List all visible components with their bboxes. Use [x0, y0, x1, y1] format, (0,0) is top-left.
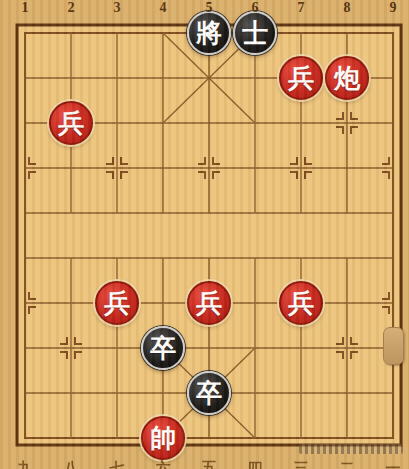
file-label-top: 2 — [68, 0, 75, 16]
file-label-bottom-cutoff: 一 — [386, 459, 401, 469]
file-label-bottom-cutoff: 三 — [294, 459, 309, 469]
intersection-f3-r5[interactable] — [94, 191, 140, 236]
intersection-f3-r2[interactable] — [94, 56, 140, 101]
intersection-f7-r8[interactable] — [278, 326, 324, 371]
intersection-f7-r9[interactable] — [278, 371, 324, 416]
intersection-f4-r10[interactable]: 帥 — [140, 416, 186, 461]
intersection-f1-r7[interactable] — [2, 281, 48, 326]
intersection-f1-r3[interactable] — [2, 101, 48, 146]
intersection-f8-r6[interactable] — [324, 236, 370, 281]
file-label-top: 1 — [22, 0, 29, 16]
intersection-f2-r2[interactable] — [48, 56, 94, 101]
intersection-f4-r3[interactable] — [140, 101, 186, 146]
intersection-f2-r7[interactable] — [48, 281, 94, 326]
intersection-f6-r1[interactable]: 士 — [232, 11, 278, 56]
xiangqi-app: 123456789 九八七六五四三二一 將士兵炮兵兵兵兵卒卒帥 — [0, 0, 409, 469]
intersection-f7-r2[interactable]: 兵 — [278, 56, 324, 101]
piece-red-cannon[interactable]: 炮 — [325, 56, 369, 100]
file-label-bottom-cutoff: 五 — [202, 459, 217, 469]
file-label-top: 3 — [114, 0, 121, 16]
intersection-f5-r1[interactable]: 將 — [186, 11, 232, 56]
intersection-f8-r7[interactable] — [324, 281, 370, 326]
intersection-f2-r5[interactable] — [48, 191, 94, 236]
file-label-bottom-cutoff: 六 — [156, 459, 171, 469]
intersection-f5-r2[interactable] — [186, 56, 232, 101]
intersection-f9-r1[interactable] — [370, 11, 409, 56]
intersection-f3-r10[interactable] — [94, 416, 140, 461]
intersection-f3-r1[interactable] — [94, 11, 140, 56]
intersection-f1-r8[interactable] — [2, 326, 48, 371]
intersection-f6-r4[interactable] — [232, 146, 278, 191]
intersection-f4-r8[interactable]: 卒 — [140, 326, 186, 371]
intersection-f6-r2[interactable] — [232, 56, 278, 101]
intersection-f6-r5[interactable] — [232, 191, 278, 236]
intersection-f6-r6[interactable] — [232, 236, 278, 281]
intersection-f9-r5[interactable] — [370, 191, 409, 236]
intersection-f6-r8[interactable] — [232, 326, 278, 371]
file-label-bottom-cutoff: 八 — [64, 459, 79, 469]
intersection-f5-r10[interactable] — [186, 416, 232, 461]
intersection-f4-r1[interactable] — [140, 11, 186, 56]
file-label-top: 6 — [252, 0, 259, 16]
intersection-f3-r6[interactable] — [94, 236, 140, 281]
intersection-f2-r3[interactable]: 兵 — [48, 101, 94, 146]
intersection-f8-r2[interactable]: 炮 — [324, 56, 370, 101]
intersection-f9-r9[interactable] — [370, 371, 409, 416]
file-label-top: 9 — [390, 0, 397, 16]
intersection-f8-r9[interactable] — [324, 371, 370, 416]
piece-red-soldier[interactable]: 兵 — [49, 101, 93, 145]
intersection-f5-r5[interactable] — [186, 191, 232, 236]
intersection-f4-r7[interactable] — [140, 281, 186, 326]
file-label-bottom-cutoff: 九 — [18, 459, 33, 469]
intersection-f7-r4[interactable] — [278, 146, 324, 191]
intersection-f6-r10[interactable] — [232, 416, 278, 461]
intersection-f9-r6[interactable] — [370, 236, 409, 281]
intersection-f4-r6[interactable] — [140, 236, 186, 281]
intersection-f8-r1[interactable] — [324, 11, 370, 56]
intersection-f4-r2[interactable] — [140, 56, 186, 101]
intersection-f8-r5[interactable] — [324, 191, 370, 236]
file-label-top: 4 — [160, 0, 167, 16]
intersection-f1-r1[interactable] — [2, 11, 48, 56]
intersection-f4-r4[interactable] — [140, 146, 186, 191]
intersection-f7-r3[interactable] — [278, 101, 324, 146]
intersection-f8-r4[interactable] — [324, 146, 370, 191]
intersection-f2-r8[interactable] — [48, 326, 94, 371]
intersection-f7-r7[interactable]: 兵 — [278, 281, 324, 326]
intersection-f3-r8[interactable] — [94, 326, 140, 371]
intersection-f5-r6[interactable] — [186, 236, 232, 281]
piece-black-general[interactable]: 將 — [187, 11, 231, 55]
piece-red-soldier[interactable]: 兵 — [279, 281, 323, 325]
intersection-f2-r9[interactable] — [48, 371, 94, 416]
intersection-f6-r9[interactable] — [232, 371, 278, 416]
intersection-f1-r10[interactable] — [2, 416, 48, 461]
intersection-f5-r8[interactable] — [186, 326, 232, 371]
intersection-f1-r5[interactable] — [2, 191, 48, 236]
intersection-f2-r4[interactable] — [48, 146, 94, 191]
side-drawer-handle[interactable] — [383, 327, 404, 365]
intersection-f1-r6[interactable] — [2, 236, 48, 281]
intersection-f1-r4[interactable] — [2, 146, 48, 191]
xiangqi-board: 將士兵炮兵兵兵兵卒卒帥 — [2, 11, 409, 461]
intersection-f5-r9[interactable]: 卒 — [186, 371, 232, 416]
intersection-f1-r2[interactable] — [2, 56, 48, 101]
piece-black-soldier[interactable]: 卒 — [141, 326, 185, 370]
piece-red-soldier[interactable]: 兵 — [95, 281, 139, 325]
intersection-f2-r10[interactable] — [48, 416, 94, 461]
piece-red-soldier[interactable]: 兵 — [187, 281, 231, 325]
intersection-f3-r3[interactable] — [94, 101, 140, 146]
intersection-f7-r1[interactable] — [278, 11, 324, 56]
intersection-f8-r3[interactable] — [324, 101, 370, 146]
piece-black-advisor[interactable]: 士 — [233, 11, 277, 55]
piece-black-soldier[interactable]: 卒 — [187, 371, 231, 415]
intersection-f2-r1[interactable] — [48, 11, 94, 56]
intersection-f7-r6[interactable] — [278, 236, 324, 281]
file-label-top: 5 — [206, 0, 213, 16]
intersection-f3-r9[interactable] — [94, 371, 140, 416]
intersection-f1-r9[interactable] — [2, 371, 48, 416]
intersection-f3-r4[interactable] — [94, 146, 140, 191]
file-label-top: 7 — [298, 0, 305, 16]
intersection-f5-r3[interactable] — [186, 101, 232, 146]
watermark — [299, 444, 403, 454]
piece-red-general[interactable]: 帥 — [141, 416, 185, 460]
intersection-f9-r7[interactable] — [370, 281, 409, 326]
intersection-f9-r4[interactable] — [370, 146, 409, 191]
intersection-f9-r2[interactable] — [370, 56, 409, 101]
intersection-f4-r5[interactable] — [140, 191, 186, 236]
intersection-f6-r7[interactable] — [232, 281, 278, 326]
intersection-f8-r8[interactable] — [324, 326, 370, 371]
intersection-f9-r3[interactable] — [370, 101, 409, 146]
intersection-f7-r5[interactable] — [278, 191, 324, 236]
intersection-f4-r9[interactable] — [140, 371, 186, 416]
file-label-top: 8 — [344, 0, 351, 16]
piece-red-soldier[interactable]: 兵 — [279, 56, 323, 100]
intersection-f3-r7[interactable]: 兵 — [94, 281, 140, 326]
file-label-bottom-cutoff: 二 — [340, 459, 355, 469]
intersection-f2-r6[interactable] — [48, 236, 94, 281]
intersection-f6-r3[interactable] — [232, 101, 278, 146]
intersection-f5-r7[interactable]: 兵 — [186, 281, 232, 326]
file-label-bottom-cutoff: 七 — [110, 459, 125, 469]
file-label-bottom-cutoff: 四 — [248, 459, 263, 469]
intersection-f5-r4[interactable] — [186, 146, 232, 191]
